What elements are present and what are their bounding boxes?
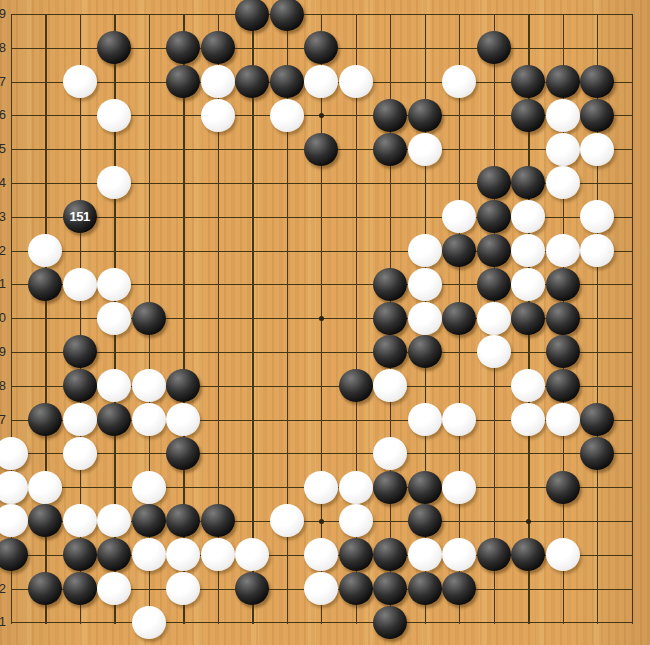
intersection[interactable] bbox=[545, 132, 580, 166]
intersection[interactable] bbox=[269, 132, 304, 166]
intersection[interactable] bbox=[269, 572, 304, 606]
intersection[interactable] bbox=[0, 538, 28, 572]
intersection[interactable] bbox=[131, 31, 166, 65]
intersection[interactable] bbox=[304, 369, 339, 403]
intersection[interactable] bbox=[476, 436, 511, 470]
intersection[interactable] bbox=[338, 470, 373, 504]
intersection[interactable] bbox=[442, 166, 477, 200]
intersection[interactable] bbox=[373, 132, 408, 166]
intersection[interactable] bbox=[338, 369, 373, 403]
intersection[interactable] bbox=[131, 369, 166, 403]
intersection[interactable] bbox=[476, 267, 511, 301]
intersection[interactable] bbox=[442, 572, 477, 606]
intersection[interactable] bbox=[614, 65, 649, 99]
intersection[interactable] bbox=[200, 166, 235, 200]
intersection[interactable] bbox=[200, 504, 235, 538]
intersection[interactable] bbox=[476, 335, 511, 369]
intersection[interactable] bbox=[545, 605, 580, 639]
intersection[interactable] bbox=[545, 200, 580, 234]
intersection[interactable] bbox=[373, 369, 408, 403]
intersection[interactable] bbox=[580, 470, 615, 504]
intersection[interactable] bbox=[28, 436, 63, 470]
intersection[interactable] bbox=[580, 369, 615, 403]
intersection[interactable] bbox=[166, 436, 201, 470]
intersection[interactable] bbox=[131, 99, 166, 133]
intersection[interactable] bbox=[338, 200, 373, 234]
intersection[interactable]: 151 bbox=[62, 200, 97, 234]
intersection[interactable] bbox=[200, 538, 235, 572]
intersection[interactable] bbox=[373, 31, 408, 65]
intersection[interactable] bbox=[476, 200, 511, 234]
intersection[interactable] bbox=[28, 504, 63, 538]
intersection[interactable] bbox=[442, 538, 477, 572]
intersection[interactable] bbox=[373, 572, 408, 606]
intersection[interactable] bbox=[304, 31, 339, 65]
intersection[interactable] bbox=[614, 166, 649, 200]
intersection[interactable] bbox=[62, 99, 97, 133]
intersection[interactable] bbox=[200, 403, 235, 437]
intersection[interactable] bbox=[511, 605, 546, 639]
intersection[interactable] bbox=[62, 301, 97, 335]
intersection[interactable] bbox=[235, 369, 270, 403]
intersection[interactable] bbox=[62, 538, 97, 572]
intersection[interactable] bbox=[545, 65, 580, 99]
intersection[interactable] bbox=[373, 99, 408, 133]
intersection[interactable] bbox=[442, 335, 477, 369]
intersection[interactable] bbox=[235, 572, 270, 606]
intersection[interactable] bbox=[511, 538, 546, 572]
intersection[interactable] bbox=[614, 436, 649, 470]
intersection[interactable] bbox=[269, 335, 304, 369]
intersection[interactable] bbox=[235, 335, 270, 369]
intersection[interactable] bbox=[269, 234, 304, 268]
intersection[interactable] bbox=[200, 99, 235, 133]
intersection[interactable] bbox=[304, 605, 339, 639]
intersection[interactable] bbox=[545, 301, 580, 335]
intersection[interactable] bbox=[269, 0, 304, 31]
intersection[interactable] bbox=[373, 403, 408, 437]
intersection[interactable] bbox=[338, 504, 373, 538]
intersection[interactable] bbox=[511, 403, 546, 437]
intersection[interactable] bbox=[545, 504, 580, 538]
intersection[interactable] bbox=[545, 31, 580, 65]
intersection[interactable] bbox=[62, 234, 97, 268]
intersection[interactable] bbox=[545, 99, 580, 133]
intersection[interactable] bbox=[511, 504, 546, 538]
intersection[interactable] bbox=[442, 132, 477, 166]
intersection[interactable] bbox=[614, 31, 649, 65]
intersection[interactable] bbox=[407, 166, 442, 200]
intersection[interactable] bbox=[131, 65, 166, 99]
intersection[interactable] bbox=[407, 436, 442, 470]
intersection[interactable] bbox=[166, 132, 201, 166]
intersection[interactable] bbox=[407, 31, 442, 65]
intersection[interactable] bbox=[304, 504, 339, 538]
intersection[interactable] bbox=[200, 605, 235, 639]
intersection[interactable] bbox=[97, 31, 132, 65]
intersection[interactable] bbox=[407, 470, 442, 504]
intersection[interactable] bbox=[97, 65, 132, 99]
intersection[interactable] bbox=[269, 99, 304, 133]
intersection[interactable] bbox=[0, 605, 28, 639]
intersection[interactable] bbox=[269, 65, 304, 99]
intersection[interactable] bbox=[200, 31, 235, 65]
intersection[interactable] bbox=[269, 470, 304, 504]
intersection[interactable] bbox=[442, 301, 477, 335]
intersection[interactable] bbox=[166, 99, 201, 133]
intersection[interactable] bbox=[580, 99, 615, 133]
intersection[interactable] bbox=[0, 31, 28, 65]
intersection[interactable] bbox=[338, 0, 373, 31]
intersection[interactable] bbox=[269, 369, 304, 403]
intersection[interactable] bbox=[0, 436, 28, 470]
intersection[interactable] bbox=[511, 99, 546, 133]
intersection[interactable] bbox=[476, 572, 511, 606]
intersection[interactable] bbox=[614, 267, 649, 301]
intersection[interactable] bbox=[62, 403, 97, 437]
intersection[interactable] bbox=[442, 605, 477, 639]
intersection[interactable] bbox=[269, 166, 304, 200]
intersection[interactable] bbox=[269, 538, 304, 572]
intersection[interactable] bbox=[28, 166, 63, 200]
intersection[interactable] bbox=[580, 301, 615, 335]
intersection[interactable] bbox=[304, 538, 339, 572]
intersection[interactable] bbox=[545, 166, 580, 200]
intersection[interactable] bbox=[97, 572, 132, 606]
intersection[interactable] bbox=[28, 470, 63, 504]
intersection[interactable] bbox=[545, 267, 580, 301]
intersection[interactable] bbox=[511, 31, 546, 65]
intersection[interactable] bbox=[614, 504, 649, 538]
intersection[interactable] bbox=[338, 234, 373, 268]
intersection[interactable] bbox=[166, 403, 201, 437]
intersection[interactable] bbox=[97, 403, 132, 437]
intersection[interactable] bbox=[304, 470, 339, 504]
intersection[interactable] bbox=[407, 132, 442, 166]
intersection[interactable] bbox=[269, 200, 304, 234]
intersection[interactable] bbox=[580, 572, 615, 606]
intersection[interactable] bbox=[442, 267, 477, 301]
intersection[interactable] bbox=[442, 200, 477, 234]
intersection[interactable] bbox=[269, 301, 304, 335]
intersection[interactable] bbox=[545, 369, 580, 403]
intersection[interactable] bbox=[580, 132, 615, 166]
intersection[interactable] bbox=[614, 301, 649, 335]
intersection[interactable] bbox=[131, 436, 166, 470]
intersection[interactable] bbox=[97, 538, 132, 572]
intersection[interactable] bbox=[235, 605, 270, 639]
intersection[interactable] bbox=[131, 200, 166, 234]
intersection[interactable] bbox=[62, 436, 97, 470]
intersection[interactable] bbox=[373, 0, 408, 31]
intersection[interactable] bbox=[62, 504, 97, 538]
intersection[interactable] bbox=[28, 335, 63, 369]
intersection[interactable] bbox=[269, 403, 304, 437]
intersection[interactable] bbox=[407, 267, 442, 301]
intersection[interactable] bbox=[200, 132, 235, 166]
intersection[interactable] bbox=[304, 99, 339, 133]
intersection[interactable] bbox=[338, 335, 373, 369]
intersection[interactable] bbox=[511, 335, 546, 369]
intersection[interactable] bbox=[0, 65, 28, 99]
intersection[interactable] bbox=[235, 267, 270, 301]
intersection[interactable] bbox=[166, 572, 201, 606]
intersection[interactable] bbox=[235, 234, 270, 268]
intersection[interactable] bbox=[545, 470, 580, 504]
intersection[interactable] bbox=[580, 267, 615, 301]
intersection[interactable] bbox=[97, 200, 132, 234]
intersection[interactable] bbox=[373, 166, 408, 200]
intersection[interactable] bbox=[580, 538, 615, 572]
intersection[interactable] bbox=[269, 267, 304, 301]
intersection[interactable] bbox=[338, 267, 373, 301]
intersection[interactable] bbox=[97, 301, 132, 335]
intersection[interactable] bbox=[614, 0, 649, 31]
intersection[interactable] bbox=[476, 31, 511, 65]
intersection[interactable] bbox=[304, 436, 339, 470]
intersection[interactable] bbox=[28, 301, 63, 335]
intersection[interactable] bbox=[373, 504, 408, 538]
intersection[interactable] bbox=[407, 99, 442, 133]
intersection[interactable] bbox=[511, 132, 546, 166]
intersection[interactable] bbox=[304, 335, 339, 369]
intersection[interactable] bbox=[304, 65, 339, 99]
intersection[interactable] bbox=[28, 31, 63, 65]
intersection[interactable] bbox=[166, 605, 201, 639]
intersection[interactable] bbox=[338, 403, 373, 437]
intersection[interactable] bbox=[476, 605, 511, 639]
intersection[interactable] bbox=[166, 369, 201, 403]
intersection[interactable] bbox=[545, 0, 580, 31]
intersection[interactable] bbox=[235, 200, 270, 234]
intersection[interactable] bbox=[442, 403, 477, 437]
intersection[interactable] bbox=[511, 572, 546, 606]
intersection[interactable] bbox=[614, 572, 649, 606]
intersection[interactable] bbox=[580, 436, 615, 470]
intersection[interactable] bbox=[511, 267, 546, 301]
intersection[interactable] bbox=[0, 0, 28, 31]
intersection[interactable] bbox=[235, 0, 270, 31]
intersection[interactable] bbox=[476, 403, 511, 437]
intersection[interactable] bbox=[373, 538, 408, 572]
intersection[interactable] bbox=[476, 504, 511, 538]
intersection[interactable] bbox=[269, 504, 304, 538]
intersection[interactable] bbox=[97, 267, 132, 301]
intersection[interactable] bbox=[0, 369, 28, 403]
intersection[interactable] bbox=[200, 572, 235, 606]
intersection[interactable] bbox=[580, 200, 615, 234]
intersection[interactable] bbox=[200, 335, 235, 369]
intersection[interactable] bbox=[166, 267, 201, 301]
intersection[interactable] bbox=[0, 132, 28, 166]
intersection[interactable] bbox=[442, 31, 477, 65]
intersection[interactable] bbox=[476, 166, 511, 200]
intersection[interactable] bbox=[235, 403, 270, 437]
intersection[interactable] bbox=[28, 0, 63, 31]
intersection[interactable] bbox=[511, 200, 546, 234]
intersection[interactable] bbox=[62, 572, 97, 606]
intersection[interactable] bbox=[545, 234, 580, 268]
intersection[interactable] bbox=[442, 504, 477, 538]
intersection[interactable] bbox=[614, 369, 649, 403]
intersection[interactable] bbox=[269, 31, 304, 65]
intersection[interactable] bbox=[62, 605, 97, 639]
intersection[interactable] bbox=[28, 403, 63, 437]
intersection[interactable] bbox=[373, 605, 408, 639]
intersection[interactable] bbox=[269, 436, 304, 470]
intersection[interactable] bbox=[166, 538, 201, 572]
intersection[interactable] bbox=[0, 572, 28, 606]
intersection[interactable] bbox=[476, 99, 511, 133]
intersection[interactable] bbox=[235, 538, 270, 572]
intersection[interactable] bbox=[131, 166, 166, 200]
intersection[interactable] bbox=[62, 335, 97, 369]
intersection[interactable] bbox=[200, 369, 235, 403]
intersection[interactable] bbox=[304, 132, 339, 166]
intersection[interactable] bbox=[614, 605, 649, 639]
intersection[interactable] bbox=[511, 234, 546, 268]
intersection[interactable] bbox=[304, 166, 339, 200]
intersection[interactable] bbox=[545, 436, 580, 470]
intersection[interactable] bbox=[200, 234, 235, 268]
intersection[interactable] bbox=[442, 65, 477, 99]
intersection[interactable] bbox=[62, 267, 97, 301]
intersection[interactable] bbox=[62, 369, 97, 403]
intersection[interactable] bbox=[511, 0, 546, 31]
intersection[interactable] bbox=[511, 436, 546, 470]
intersection[interactable] bbox=[442, 99, 477, 133]
intersection[interactable] bbox=[407, 538, 442, 572]
intersection[interactable] bbox=[235, 31, 270, 65]
intersection[interactable] bbox=[62, 0, 97, 31]
intersection[interactable] bbox=[28, 200, 63, 234]
intersection[interactable] bbox=[62, 65, 97, 99]
intersection[interactable] bbox=[97, 0, 132, 31]
intersection[interactable] bbox=[476, 234, 511, 268]
intersection[interactable] bbox=[580, 65, 615, 99]
intersection[interactable] bbox=[166, 0, 201, 31]
intersection[interactable] bbox=[166, 504, 201, 538]
intersection[interactable] bbox=[131, 234, 166, 268]
intersection[interactable] bbox=[131, 403, 166, 437]
intersection[interactable] bbox=[580, 335, 615, 369]
intersection[interactable] bbox=[200, 65, 235, 99]
intersection[interactable] bbox=[442, 436, 477, 470]
intersection[interactable] bbox=[97, 335, 132, 369]
intersection[interactable] bbox=[304, 301, 339, 335]
intersection[interactable] bbox=[476, 132, 511, 166]
intersection[interactable] bbox=[545, 335, 580, 369]
intersection[interactable] bbox=[0, 301, 28, 335]
intersection[interactable] bbox=[442, 0, 477, 31]
intersection[interactable] bbox=[62, 470, 97, 504]
intersection[interactable] bbox=[166, 200, 201, 234]
intersection[interactable] bbox=[200, 267, 235, 301]
intersection[interactable] bbox=[200, 301, 235, 335]
intersection[interactable] bbox=[511, 65, 546, 99]
intersection[interactable] bbox=[338, 436, 373, 470]
intersection[interactable] bbox=[0, 403, 28, 437]
intersection[interactable] bbox=[62, 31, 97, 65]
intersection[interactable] bbox=[235, 470, 270, 504]
intersection[interactable] bbox=[97, 605, 132, 639]
intersection[interactable] bbox=[407, 504, 442, 538]
intersection[interactable] bbox=[373, 301, 408, 335]
intersection[interactable] bbox=[614, 234, 649, 268]
intersection[interactable] bbox=[614, 99, 649, 133]
intersection[interactable] bbox=[0, 234, 28, 268]
intersection[interactable] bbox=[97, 132, 132, 166]
intersection[interactable] bbox=[28, 538, 63, 572]
intersection[interactable] bbox=[131, 538, 166, 572]
intersection[interactable] bbox=[166, 470, 201, 504]
intersection[interactable] bbox=[28, 369, 63, 403]
intersection[interactable] bbox=[97, 470, 132, 504]
intersection[interactable] bbox=[200, 0, 235, 31]
intersection[interactable] bbox=[28, 132, 63, 166]
intersection[interactable] bbox=[373, 267, 408, 301]
intersection[interactable] bbox=[614, 132, 649, 166]
intersection[interactable] bbox=[62, 132, 97, 166]
intersection[interactable] bbox=[476, 65, 511, 99]
intersection[interactable] bbox=[373, 200, 408, 234]
intersection[interactable] bbox=[545, 403, 580, 437]
intersection[interactable] bbox=[545, 538, 580, 572]
intersection[interactable] bbox=[338, 99, 373, 133]
intersection[interactable] bbox=[614, 470, 649, 504]
intersection[interactable] bbox=[476, 301, 511, 335]
intersection[interactable] bbox=[131, 572, 166, 606]
intersection[interactable] bbox=[131, 504, 166, 538]
intersection[interactable] bbox=[200, 436, 235, 470]
intersection[interactable] bbox=[304, 0, 339, 31]
intersection[interactable] bbox=[28, 99, 63, 133]
intersection[interactable] bbox=[407, 369, 442, 403]
intersection[interactable] bbox=[407, 335, 442, 369]
intersection[interactable] bbox=[338, 538, 373, 572]
intersection[interactable] bbox=[62, 166, 97, 200]
intersection[interactable] bbox=[442, 470, 477, 504]
intersection[interactable] bbox=[407, 605, 442, 639]
intersection[interactable] bbox=[235, 99, 270, 133]
intersection[interactable] bbox=[131, 301, 166, 335]
intersection[interactable] bbox=[235, 132, 270, 166]
intersection[interactable] bbox=[166, 166, 201, 200]
intersection[interactable] bbox=[131, 132, 166, 166]
intersection[interactable] bbox=[442, 369, 477, 403]
intersection[interactable] bbox=[131, 267, 166, 301]
intersection[interactable] bbox=[476, 369, 511, 403]
intersection[interactable] bbox=[580, 504, 615, 538]
intersection[interactable] bbox=[338, 572, 373, 606]
intersection[interactable] bbox=[338, 132, 373, 166]
intersection[interactable] bbox=[373, 436, 408, 470]
intersection[interactable] bbox=[407, 200, 442, 234]
intersection[interactable] bbox=[614, 538, 649, 572]
intersection[interactable] bbox=[0, 200, 28, 234]
intersection[interactable] bbox=[28, 234, 63, 268]
intersection[interactable] bbox=[338, 605, 373, 639]
intersection[interactable] bbox=[166, 31, 201, 65]
intersection[interactable] bbox=[97, 436, 132, 470]
intersection[interactable] bbox=[304, 200, 339, 234]
intersection[interactable] bbox=[131, 470, 166, 504]
intersection[interactable] bbox=[235, 436, 270, 470]
intersection[interactable] bbox=[580, 234, 615, 268]
intersection[interactable] bbox=[373, 470, 408, 504]
intersection[interactable] bbox=[0, 504, 28, 538]
intersection[interactable] bbox=[28, 605, 63, 639]
